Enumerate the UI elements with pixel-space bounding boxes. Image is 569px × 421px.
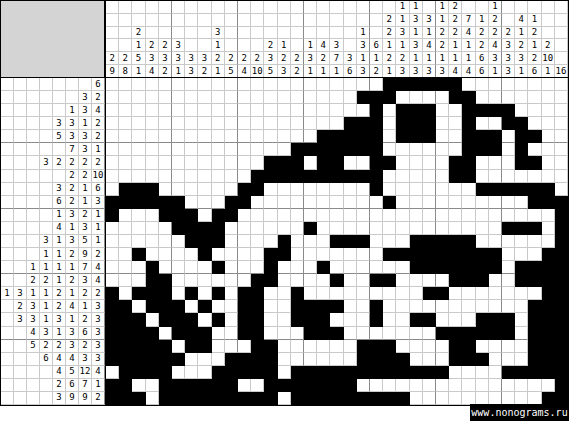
grid-cell-empty[interactable] (489, 91, 502, 104)
grid-cell-empty[interactable] (185, 104, 198, 117)
grid-cell-empty[interactable] (198, 183, 211, 196)
grid-cell-filled[interactable] (449, 248, 462, 261)
grid-cell-empty[interactable] (212, 156, 225, 169)
grid-cell-empty[interactable] (119, 235, 132, 248)
grid-cell-empty[interactable] (344, 91, 357, 104)
grid-cell-empty[interactable] (396, 235, 409, 248)
grid-cell-filled[interactable] (146, 353, 159, 366)
grid-cell-empty[interactable] (383, 209, 396, 222)
grid-cell-filled[interactable] (291, 300, 304, 313)
grid-cell-filled[interactable] (212, 392, 225, 405)
grid-cell-filled[interactable] (185, 313, 198, 326)
grid-cell-empty[interactable] (462, 313, 475, 326)
grid-cell-empty[interactable] (106, 117, 119, 130)
grid-cell-empty[interactable] (225, 183, 238, 196)
grid-cell-empty[interactable] (489, 274, 502, 287)
grid-cell-filled[interactable] (515, 274, 528, 287)
grid-cell-empty[interactable] (317, 340, 330, 353)
grid-cell-filled[interactable] (317, 366, 330, 379)
grid-cell-empty[interactable] (185, 248, 198, 261)
grid-cell-filled[interactable] (330, 327, 343, 340)
grid-cell-filled[interactable] (238, 287, 251, 300)
grid-cell-empty[interactable] (528, 209, 541, 222)
grid-cell-filled[interactable] (462, 353, 475, 366)
grid-cell-filled[interactable] (542, 261, 555, 274)
grid-cell-filled[interactable] (489, 143, 502, 156)
grid-cell-empty[interactable] (449, 300, 462, 313)
grid-cell-empty[interactable] (264, 300, 277, 313)
grid-cell-empty[interactable] (370, 78, 383, 91)
grid-cell-filled[interactable] (449, 78, 462, 91)
grid-cell-empty[interactable] (542, 222, 555, 235)
grid-cell-filled[interactable] (370, 183, 383, 196)
grid-cell-filled[interactable] (106, 300, 119, 313)
grid-cell-empty[interactable] (436, 340, 449, 353)
grid-cell-empty[interactable] (410, 156, 423, 169)
grid-cell-filled[interactable] (370, 117, 383, 130)
grid-cell-empty[interactable] (449, 379, 462, 392)
grid-cell-empty[interactable] (330, 78, 343, 91)
grid-cell-empty[interactable] (396, 170, 409, 183)
grid-cell-filled[interactable] (542, 313, 555, 326)
grid-cell-filled[interactable] (198, 300, 211, 313)
grid-cell-filled[interactable] (132, 327, 145, 340)
grid-cell-empty[interactable] (423, 156, 436, 169)
grid-cell-filled[interactable] (555, 327, 568, 340)
grid-cell-filled[interactable] (476, 130, 489, 143)
grid-cell-empty[interactable] (449, 104, 462, 117)
grid-cell-empty[interactable] (317, 78, 330, 91)
grid-cell-empty[interactable] (330, 91, 343, 104)
grid-cell-empty[interactable] (476, 117, 489, 130)
grid-cell-filled[interactable] (370, 366, 383, 379)
grid-cell-empty[interactable] (330, 287, 343, 300)
grid-cell-filled[interactable] (396, 78, 409, 91)
grid-cell-filled[interactable] (449, 170, 462, 183)
grid-cell-empty[interactable] (264, 130, 277, 143)
grid-cell-filled[interactable] (185, 235, 198, 248)
grid-cell-filled[interactable] (555, 366, 568, 379)
grid-cell-empty[interactable] (555, 78, 568, 91)
grid-cell-empty[interactable] (542, 104, 555, 117)
grid-cell-empty[interactable] (357, 261, 370, 274)
grid-cell-filled[interactable] (370, 130, 383, 143)
grid-cell-empty[interactable] (462, 78, 475, 91)
grid-cell-filled[interactable] (119, 340, 132, 353)
grid-cell-empty[interactable] (502, 209, 515, 222)
grid-cell-empty[interactable] (225, 156, 238, 169)
grid-cell-empty[interactable] (291, 104, 304, 117)
grid-cell-empty[interactable] (238, 235, 251, 248)
grid-cell-empty[interactable] (251, 104, 264, 117)
grid-cell-empty[interactable] (383, 183, 396, 196)
grid-cell-empty[interactable] (489, 287, 502, 300)
grid-cell-empty[interactable] (357, 78, 370, 91)
grid-cell-empty[interactable] (515, 313, 528, 326)
grid-cell-empty[interactable] (146, 248, 159, 261)
grid-cell-empty[interactable] (251, 209, 264, 222)
grid-cell-empty[interactable] (436, 379, 449, 392)
grid-cell-filled[interactable] (357, 130, 370, 143)
grid-cell-empty[interactable] (225, 104, 238, 117)
grid-cell-filled[interactable] (146, 340, 159, 353)
grid-cell-empty[interactable] (476, 196, 489, 209)
grid-cell-empty[interactable] (330, 261, 343, 274)
grid-cell-empty[interactable] (344, 196, 357, 209)
grid-cell-filled[interactable] (449, 274, 462, 287)
grid-cell-filled[interactable] (542, 327, 555, 340)
grid-cell-empty[interactable] (119, 104, 132, 117)
grid-cell-filled[interactable] (542, 274, 555, 287)
grid-cell-empty[interactable] (185, 91, 198, 104)
grid-cell-empty[interactable] (278, 313, 291, 326)
grid-cell-empty[interactable] (198, 209, 211, 222)
grid-cell-empty[interactable] (515, 235, 528, 248)
grid-cell-filled[interactable] (555, 222, 568, 235)
grid-cell-filled[interactable] (159, 340, 172, 353)
grid-cell-filled[interactable] (291, 287, 304, 300)
grid-cell-empty[interactable] (317, 209, 330, 222)
grid-cell-empty[interactable] (106, 183, 119, 196)
grid-cell-filled[interactable] (264, 156, 277, 169)
grid-cell-empty[interactable] (423, 353, 436, 366)
grid-cell-empty[interactable] (212, 248, 225, 261)
grid-cell-filled[interactable] (212, 235, 225, 248)
grid-cell-empty[interactable] (542, 143, 555, 156)
grid-cell-filled[interactable] (264, 261, 277, 274)
grid-cell-empty[interactable] (436, 222, 449, 235)
grid-cell-empty[interactable] (198, 274, 211, 287)
grid-cell-empty[interactable] (264, 327, 277, 340)
grid-cell-filled[interactable] (132, 392, 145, 405)
grid-cell-filled[interactable] (449, 91, 462, 104)
grid-cell-empty[interactable] (344, 222, 357, 235)
grid-cell-empty[interactable] (146, 392, 159, 405)
grid-cell-empty[interactable] (317, 117, 330, 130)
grid-cell-filled[interactable] (489, 104, 502, 117)
grid-cell-filled[interactable] (410, 78, 423, 91)
grid-cell-empty[interactable] (502, 261, 515, 274)
grid-cell-empty[interactable] (410, 379, 423, 392)
grid-cell-empty[interactable] (251, 222, 264, 235)
grid-cell-empty[interactable] (357, 274, 370, 287)
grid-cell-filled[interactable] (423, 104, 436, 117)
grid-cell-filled[interactable] (383, 78, 396, 91)
grid-cell-empty[interactable] (542, 117, 555, 130)
grid-cell-filled[interactable] (423, 235, 436, 248)
grid-cell-filled[interactable] (423, 287, 436, 300)
grid-cell-empty[interactable] (383, 143, 396, 156)
grid-cell-empty[interactable] (185, 156, 198, 169)
grid-cell-empty[interactable] (476, 78, 489, 91)
grid-cell-empty[interactable] (502, 340, 515, 353)
grid-cell-filled[interactable] (344, 130, 357, 143)
grid-cell-empty[interactable] (212, 274, 225, 287)
grid-cell-empty[interactable] (291, 196, 304, 209)
grid-cell-empty[interactable] (317, 287, 330, 300)
grid-cell-empty[interactable] (502, 287, 515, 300)
grid-cell-empty[interactable] (344, 287, 357, 300)
grid-cell-filled[interactable] (172, 379, 185, 392)
grid-cell-empty[interactable] (502, 91, 515, 104)
grid-cell-filled[interactable] (330, 366, 343, 379)
grid-cell-filled[interactable] (317, 156, 330, 169)
grid-cell-empty[interactable] (251, 117, 264, 130)
grid-cell-empty[interactable] (198, 313, 211, 326)
grid-cell-empty[interactable] (251, 248, 264, 261)
grid-cell-empty[interactable] (106, 274, 119, 287)
grid-cell-filled[interactable] (238, 353, 251, 366)
grid-cell-empty[interactable] (396, 143, 409, 156)
grid-cell-filled[interactable] (436, 78, 449, 91)
grid-cell-empty[interactable] (542, 170, 555, 183)
grid-cell-empty[interactable] (370, 222, 383, 235)
grid-cell-empty[interactable] (436, 274, 449, 287)
grid-cell-filled[interactable] (291, 379, 304, 392)
grid-cell-empty[interactable] (132, 78, 145, 91)
grid-cell-empty[interactable] (357, 222, 370, 235)
grid-cell-empty[interactable] (212, 170, 225, 183)
grid-cell-filled[interactable] (132, 196, 145, 209)
grid-cell-filled[interactable] (291, 143, 304, 156)
grid-cell-filled[interactable] (344, 392, 357, 405)
grid-cell-empty[interactable] (476, 300, 489, 313)
grid-cell-empty[interactable] (330, 183, 343, 196)
grid-cell-empty[interactable] (172, 274, 185, 287)
grid-cell-empty[interactable] (462, 366, 475, 379)
grid-cell-empty[interactable] (291, 261, 304, 274)
grid-cell-filled[interactable] (185, 327, 198, 340)
grid-cell-empty[interactable] (449, 130, 462, 143)
grid-cell-filled[interactable] (555, 287, 568, 300)
grid-cell-filled[interactable] (132, 353, 145, 366)
grid-cell-filled[interactable] (159, 196, 172, 209)
grid-cell-empty[interactable] (476, 379, 489, 392)
grid-cell-empty[interactable] (489, 353, 502, 366)
grid-cell-filled[interactable] (370, 274, 383, 287)
grid-cell-empty[interactable] (159, 91, 172, 104)
grid-cell-filled[interactable] (476, 248, 489, 261)
grid-cell-empty[interactable] (423, 222, 436, 235)
grid-cell-filled[interactable] (489, 130, 502, 143)
grid-cell-empty[interactable] (462, 196, 475, 209)
grid-cell-empty[interactable] (159, 117, 172, 130)
grid-cell-filled[interactable] (278, 379, 291, 392)
grid-cell-filled[interactable] (462, 91, 475, 104)
grid-cell-empty[interactable] (489, 170, 502, 183)
grid-cell-filled[interactable] (542, 183, 555, 196)
grid-cell-filled[interactable] (225, 196, 238, 209)
grid-cell-filled[interactable] (198, 248, 211, 261)
grid-cell-empty[interactable] (172, 156, 185, 169)
grid-cell-filled[interactable] (146, 274, 159, 287)
grid-cell-empty[interactable] (542, 156, 555, 169)
grid-cell-empty[interactable] (370, 196, 383, 209)
grid-cell-filled[interactable] (159, 209, 172, 222)
grid-cell-empty[interactable] (225, 170, 238, 183)
grid-cell-empty[interactable] (515, 287, 528, 300)
grid-cell-empty[interactable] (515, 248, 528, 261)
grid-cell-filled[interactable] (304, 143, 317, 156)
grid-cell-filled[interactable] (291, 170, 304, 183)
grid-cell-filled[interactable] (185, 209, 198, 222)
grid-cell-empty[interactable] (423, 91, 436, 104)
grid-cell-filled[interactable] (410, 248, 423, 261)
grid-cell-filled[interactable] (304, 313, 317, 326)
grid-cell-empty[interactable] (225, 327, 238, 340)
grid-cell-empty[interactable] (278, 104, 291, 117)
grid-cell-filled[interactable] (212, 313, 225, 326)
grid-cell-filled[interactable] (119, 327, 132, 340)
grid-cell-empty[interactable] (106, 235, 119, 248)
grid-cell-empty[interactable] (304, 248, 317, 261)
grid-cell-empty[interactable] (555, 170, 568, 183)
grid-cell-filled[interactable] (357, 392, 370, 405)
grid-cell-empty[interactable] (132, 379, 145, 392)
grid-cell-empty[interactable] (515, 340, 528, 353)
grid-cell-empty[interactable] (304, 287, 317, 300)
grid-cell-empty[interactable] (370, 379, 383, 392)
grid-cell-filled[interactable] (502, 104, 515, 117)
grid-cell-filled[interactable] (502, 313, 515, 326)
grid-cell-empty[interactable] (304, 340, 317, 353)
grid-cell-empty[interactable] (396, 274, 409, 287)
grid-cell-empty[interactable] (396, 209, 409, 222)
grid-cell-filled[interactable] (528, 366, 541, 379)
grid-cell-empty[interactable] (396, 327, 409, 340)
grid-cell-filled[interactable] (555, 196, 568, 209)
grid-cell-empty[interactable] (278, 261, 291, 274)
grid-cell-filled[interactable] (212, 261, 225, 274)
grid-cell-filled[interactable] (238, 183, 251, 196)
grid-cell-filled[interactable] (185, 287, 198, 300)
grid-cell-filled[interactable] (370, 143, 383, 156)
grid-cell-filled[interactable] (146, 261, 159, 274)
grid-cell-filled[interactable] (370, 392, 383, 405)
grid-cell-filled[interactable] (370, 300, 383, 313)
grid-cell-filled[interactable] (119, 353, 132, 366)
grid-cell-empty[interactable] (225, 287, 238, 300)
grid-cell-filled[interactable] (317, 130, 330, 143)
grid-cell-empty[interactable] (410, 392, 423, 405)
grid-cell-empty[interactable] (370, 261, 383, 274)
grid-cell-empty[interactable] (555, 183, 568, 196)
grid-cell-empty[interactable] (502, 143, 515, 156)
grid-cell-filled[interactable] (330, 300, 343, 313)
grid-cell-empty[interactable] (212, 130, 225, 143)
grid-cell-filled[interactable] (106, 327, 119, 340)
grid-cell-empty[interactable] (106, 156, 119, 169)
grid-cell-empty[interactable] (198, 261, 211, 274)
grid-cell-empty[interactable] (357, 104, 370, 117)
grid-cell-empty[interactable] (410, 340, 423, 353)
grid-cell-empty[interactable] (528, 78, 541, 91)
grid-cell-empty[interactable] (515, 91, 528, 104)
grid-cell-empty[interactable] (146, 143, 159, 156)
grid-cell-filled[interactable] (436, 327, 449, 340)
grid-cell-empty[interactable] (410, 274, 423, 287)
grid-cell-filled[interactable] (106, 196, 119, 209)
grid-cell-filled[interactable] (370, 340, 383, 353)
grid-cell-empty[interactable] (462, 222, 475, 235)
grid-cell-filled[interactable] (119, 313, 132, 326)
grid-cell-empty[interactable] (410, 143, 423, 156)
grid-cell-filled[interactable] (159, 353, 172, 366)
grid-cell-filled[interactable] (528, 353, 541, 366)
grid-cell-empty[interactable] (357, 209, 370, 222)
grid-cell-filled[interactable] (370, 313, 383, 326)
grid-cell-empty[interactable] (462, 300, 475, 313)
grid-cell-filled[interactable] (542, 248, 555, 261)
grid-cell-filled[interactable] (449, 340, 462, 353)
grid-cell-filled[interactable] (330, 235, 343, 248)
grid-cell-filled[interactable] (264, 340, 277, 353)
grid-cell-filled[interactable] (264, 366, 277, 379)
grid-cell-filled[interactable] (278, 235, 291, 248)
grid-cell-empty[interactable] (185, 183, 198, 196)
grid-cell-filled[interactable] (317, 143, 330, 156)
grid-cell-filled[interactable] (159, 392, 172, 405)
grid-cell-filled[interactable] (396, 117, 409, 130)
grid-cell-empty[interactable] (119, 78, 132, 91)
grid-cell-filled[interactable] (476, 104, 489, 117)
grid-cell-empty[interactable] (146, 222, 159, 235)
grid-cell-empty[interactable] (172, 143, 185, 156)
grid-cell-empty[interactable] (423, 300, 436, 313)
grid-cell-empty[interactable] (264, 235, 277, 248)
grid-cell-empty[interactable] (278, 196, 291, 209)
grid-cell-filled[interactable] (449, 353, 462, 366)
grid-cell-filled[interactable] (291, 313, 304, 326)
grid-cell-filled[interactable] (502, 183, 515, 196)
grid-cell-filled[interactable] (476, 327, 489, 340)
grid-cell-empty[interactable] (185, 261, 198, 274)
grid-cell-empty[interactable] (330, 313, 343, 326)
grid-cell-empty[interactable] (357, 196, 370, 209)
grid-cell-filled[interactable] (528, 261, 541, 274)
grid-cell-empty[interactable] (264, 183, 277, 196)
grid-cell-empty[interactable] (330, 209, 343, 222)
grid-cell-filled[interactable] (462, 235, 475, 248)
grid-cell-filled[interactable] (555, 235, 568, 248)
grid-cell-empty[interactable] (212, 340, 225, 353)
grid-cell-empty[interactable] (476, 235, 489, 248)
grid-cell-empty[interactable] (436, 170, 449, 183)
grid-cell-filled[interactable] (212, 366, 225, 379)
grid-cell-empty[interactable] (344, 248, 357, 261)
grid-cell-empty[interactable] (251, 91, 264, 104)
grid-cell-filled[interactable] (132, 248, 145, 261)
grid-cell-filled[interactable] (423, 78, 436, 91)
grid-cell-filled[interactable] (146, 287, 159, 300)
grid-cell-empty[interactable] (449, 143, 462, 156)
grid-cell-filled[interactable] (528, 222, 541, 235)
grid-cell-empty[interactable] (291, 183, 304, 196)
grid-cell-empty[interactable] (304, 261, 317, 274)
grid-cell-empty[interactable] (159, 248, 172, 261)
grid-cell-filled[interactable] (555, 261, 568, 274)
grid-cell-empty[interactable] (502, 130, 515, 143)
grid-cell-empty[interactable] (225, 143, 238, 156)
grid-cell-empty[interactable] (291, 222, 304, 235)
grid-cell-filled[interactable] (330, 130, 343, 143)
grid-cell-empty[interactable] (304, 130, 317, 143)
grid-cell-empty[interactable] (317, 235, 330, 248)
grid-cell-empty[interactable] (251, 261, 264, 274)
grid-cell-empty[interactable] (317, 353, 330, 366)
grid-cell-filled[interactable] (462, 261, 475, 274)
grid-cell-filled[interactable] (238, 327, 251, 340)
